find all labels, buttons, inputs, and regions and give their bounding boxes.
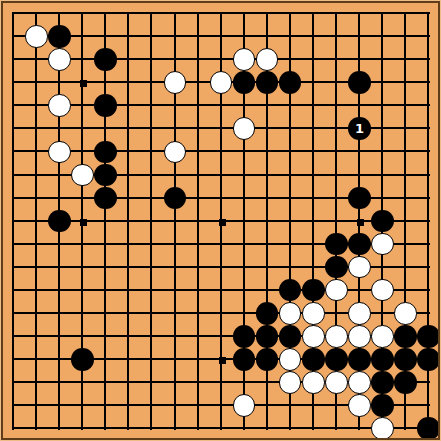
intersection — [233, 325, 256, 348]
black-stone — [256, 302, 279, 325]
intersection — [279, 209, 302, 232]
intersection — [2, 25, 25, 48]
intersection — [233, 209, 256, 232]
intersection — [371, 186, 394, 209]
intersection — [279, 279, 302, 302]
intersection — [2, 209, 25, 232]
black-stone — [279, 325, 302, 348]
intersection — [140, 25, 163, 48]
black-stone — [94, 187, 117, 210]
black-stone — [302, 279, 325, 302]
intersection — [256, 394, 279, 417]
intersection — [256, 233, 279, 256]
intersection — [94, 371, 117, 394]
intersection — [325, 302, 348, 325]
intersection — [256, 71, 279, 94]
intersection — [209, 71, 232, 94]
black-stone — [48, 25, 71, 48]
intersection — [94, 279, 117, 302]
black-stone — [279, 279, 302, 302]
intersection — [371, 71, 394, 94]
intersection: 1 — [348, 117, 371, 140]
intersection — [394, 371, 417, 394]
white-stone — [210, 71, 233, 94]
intersection — [186, 48, 209, 71]
intersection — [209, 279, 232, 302]
intersection — [2, 371, 25, 394]
intersection — [394, 163, 417, 186]
intersection — [2, 302, 25, 325]
intersection — [209, 371, 232, 394]
black-stone — [256, 348, 279, 371]
intersection — [417, 279, 440, 302]
intersection — [2, 48, 25, 71]
intersection — [233, 256, 256, 279]
intersection — [417, 209, 440, 232]
intersection — [2, 140, 25, 163]
intersection — [163, 279, 186, 302]
intersection — [117, 209, 140, 232]
intersection — [140, 279, 163, 302]
intersection — [394, 186, 417, 209]
intersection — [394, 140, 417, 163]
intersection — [48, 371, 71, 394]
intersection — [117, 163, 140, 186]
black-stone — [71, 348, 94, 371]
intersection — [2, 233, 25, 256]
intersection — [417, 394, 440, 417]
intersection — [302, 186, 325, 209]
intersection — [117, 325, 140, 348]
intersection — [94, 417, 117, 440]
intersection — [94, 394, 117, 417]
intersection — [163, 25, 186, 48]
intersection — [417, 371, 440, 394]
intersection — [325, 94, 348, 117]
intersection — [371, 25, 394, 48]
intersection — [117, 25, 140, 48]
intersection — [71, 163, 94, 186]
intersection — [71, 302, 94, 325]
intersection — [140, 209, 163, 232]
black-stone — [371, 210, 394, 233]
intersection — [233, 25, 256, 48]
white-stone — [348, 394, 371, 417]
white-stone — [371, 325, 394, 348]
intersection — [163, 117, 186, 140]
intersection — [71, 117, 94, 140]
intersection — [186, 71, 209, 94]
intersection — [163, 140, 186, 163]
black-stone — [417, 348, 440, 371]
white-stone — [71, 164, 94, 187]
intersection — [48, 417, 71, 440]
intersection — [233, 117, 256, 140]
intersection — [279, 233, 302, 256]
intersection — [325, 348, 348, 371]
intersection — [48, 302, 71, 325]
intersection — [25, 348, 48, 371]
intersection — [140, 348, 163, 371]
intersection — [348, 48, 371, 71]
intersection — [348, 163, 371, 186]
intersection — [2, 2, 25, 25]
intersection — [94, 140, 117, 163]
intersection — [325, 71, 348, 94]
intersection — [25, 2, 48, 25]
intersection — [233, 348, 256, 371]
intersection — [302, 348, 325, 371]
intersection — [186, 417, 209, 440]
intersection — [25, 94, 48, 117]
intersection — [325, 371, 348, 394]
intersection — [417, 348, 440, 371]
intersection — [186, 117, 209, 140]
black-stone — [371, 371, 394, 394]
intersection — [48, 186, 71, 209]
intersection — [256, 256, 279, 279]
intersection — [71, 394, 94, 417]
intersection — [94, 117, 117, 140]
intersection — [117, 371, 140, 394]
intersection — [48, 163, 71, 186]
intersection — [71, 348, 94, 371]
intersection — [186, 348, 209, 371]
intersection — [348, 186, 371, 209]
intersection — [233, 186, 256, 209]
intersection — [279, 2, 302, 25]
intersection — [94, 2, 117, 25]
intersection — [325, 186, 348, 209]
intersection — [186, 302, 209, 325]
intersection — [302, 371, 325, 394]
intersection — [25, 117, 48, 140]
intersection — [394, 394, 417, 417]
intersection — [2, 71, 25, 94]
intersection — [371, 163, 394, 186]
intersection — [371, 209, 394, 232]
intersection — [140, 417, 163, 440]
intersection — [163, 209, 186, 232]
intersection — [279, 348, 302, 371]
intersection — [233, 94, 256, 117]
intersection — [302, 209, 325, 232]
intersection — [256, 48, 279, 71]
white-stone — [233, 117, 256, 140]
intersection — [94, 48, 117, 71]
intersection — [233, 371, 256, 394]
intersection — [2, 325, 25, 348]
intersection — [394, 48, 417, 71]
intersection — [186, 163, 209, 186]
intersection — [325, 417, 348, 440]
intersection — [117, 279, 140, 302]
intersection — [325, 209, 348, 232]
intersection — [256, 186, 279, 209]
intersection — [279, 163, 302, 186]
intersection — [25, 71, 48, 94]
intersection — [48, 117, 71, 140]
black-stone — [325, 348, 348, 371]
white-stone — [279, 371, 302, 394]
intersection — [348, 71, 371, 94]
white-stone — [233, 48, 256, 71]
intersection — [94, 256, 117, 279]
black-stone — [279, 71, 302, 94]
intersection — [417, 256, 440, 279]
intersection — [48, 209, 71, 232]
white-stone — [164, 71, 187, 94]
white-stone — [371, 279, 394, 302]
intersection — [71, 48, 94, 71]
intersection — [117, 71, 140, 94]
white-stone — [48, 94, 71, 117]
intersection — [140, 302, 163, 325]
intersection — [279, 71, 302, 94]
intersection — [48, 325, 71, 348]
intersection — [302, 117, 325, 140]
intersection — [71, 140, 94, 163]
intersection — [348, 233, 371, 256]
intersection — [140, 371, 163, 394]
intersection — [140, 186, 163, 209]
black-stone — [94, 94, 117, 117]
intersection — [117, 233, 140, 256]
intersection — [117, 256, 140, 279]
intersection — [71, 2, 94, 25]
intersection — [371, 279, 394, 302]
black-stone — [394, 371, 417, 394]
intersection — [417, 48, 440, 71]
white-stone — [48, 141, 71, 164]
intersection — [348, 256, 371, 279]
black-stone — [417, 325, 440, 348]
intersection — [117, 302, 140, 325]
intersection — [117, 48, 140, 71]
intersection — [163, 233, 186, 256]
intersection — [348, 348, 371, 371]
intersection — [163, 186, 186, 209]
intersection — [279, 394, 302, 417]
intersection — [71, 94, 94, 117]
intersection — [256, 25, 279, 48]
intersection — [71, 25, 94, 48]
intersection — [325, 25, 348, 48]
intersection — [417, 117, 440, 140]
intersection — [302, 71, 325, 94]
intersection — [394, 25, 417, 48]
intersection — [417, 302, 440, 325]
intersection — [71, 209, 94, 232]
intersection — [417, 417, 440, 440]
intersection — [371, 117, 394, 140]
intersection — [163, 94, 186, 117]
intersection — [186, 25, 209, 48]
intersection — [279, 256, 302, 279]
intersection — [394, 209, 417, 232]
white-stone — [25, 25, 48, 48]
intersection — [394, 117, 417, 140]
intersection — [2, 256, 25, 279]
intersection — [256, 371, 279, 394]
intersection — [348, 325, 371, 348]
intersection — [371, 256, 394, 279]
move-number-label: 1 — [355, 122, 364, 135]
intersection — [48, 2, 71, 25]
intersection — [325, 279, 348, 302]
white-stone — [279, 348, 302, 371]
intersection — [279, 48, 302, 71]
intersection — [371, 417, 394, 440]
intersection — [371, 140, 394, 163]
intersection — [279, 417, 302, 440]
intersection — [417, 140, 440, 163]
intersection — [163, 302, 186, 325]
intersection — [209, 140, 232, 163]
intersection — [163, 71, 186, 94]
white-stone — [325, 279, 348, 302]
intersection — [2, 117, 25, 140]
black-stone — [348, 348, 371, 371]
stones-layer: 1 — [2, 2, 441, 441]
intersection — [2, 163, 25, 186]
intersection — [348, 279, 371, 302]
intersection — [302, 325, 325, 348]
intersection — [2, 394, 25, 417]
intersection — [25, 163, 48, 186]
intersection — [302, 279, 325, 302]
intersection — [48, 140, 71, 163]
intersection — [186, 209, 209, 232]
intersection — [48, 394, 71, 417]
intersection — [48, 279, 71, 302]
intersection — [186, 371, 209, 394]
intersection — [209, 2, 232, 25]
intersection — [163, 325, 186, 348]
intersection — [163, 371, 186, 394]
intersection — [371, 348, 394, 371]
intersection — [394, 2, 417, 25]
intersection — [140, 2, 163, 25]
intersection — [209, 302, 232, 325]
intersection — [25, 325, 48, 348]
intersection — [163, 48, 186, 71]
intersection — [117, 94, 140, 117]
intersection — [94, 325, 117, 348]
intersection — [233, 279, 256, 302]
intersection — [256, 163, 279, 186]
intersection — [325, 233, 348, 256]
intersection — [256, 302, 279, 325]
intersection — [209, 233, 232, 256]
intersection — [48, 48, 71, 71]
white-stone — [48, 48, 71, 71]
white-stone — [325, 325, 348, 348]
intersection — [325, 394, 348, 417]
intersection — [325, 48, 348, 71]
intersection — [325, 2, 348, 25]
intersection — [140, 94, 163, 117]
intersection — [371, 48, 394, 71]
intersection — [394, 348, 417, 371]
intersection — [348, 209, 371, 232]
white-stone — [371, 417, 394, 440]
intersection — [256, 279, 279, 302]
intersection — [117, 140, 140, 163]
intersection — [209, 256, 232, 279]
black-stone — [256, 325, 279, 348]
intersection — [394, 279, 417, 302]
intersection — [348, 371, 371, 394]
intersection — [233, 233, 256, 256]
intersection — [417, 94, 440, 117]
intersection — [348, 394, 371, 417]
intersection — [417, 186, 440, 209]
black-stone — [325, 256, 348, 279]
intersection — [117, 417, 140, 440]
intersection — [186, 256, 209, 279]
intersection — [302, 256, 325, 279]
intersection — [371, 394, 394, 417]
intersection — [140, 256, 163, 279]
intersection — [209, 48, 232, 71]
intersection — [279, 25, 302, 48]
intersection — [371, 325, 394, 348]
intersection — [94, 302, 117, 325]
intersection — [25, 25, 48, 48]
intersection — [2, 348, 25, 371]
intersection — [233, 302, 256, 325]
white-stone — [325, 371, 348, 394]
intersection — [325, 325, 348, 348]
intersection — [94, 348, 117, 371]
intersection — [163, 417, 186, 440]
intersection — [417, 25, 440, 48]
black-stone — [394, 325, 417, 348]
intersection — [233, 71, 256, 94]
intersection — [348, 94, 371, 117]
intersection — [140, 233, 163, 256]
intersection — [25, 417, 48, 440]
intersection — [2, 279, 25, 302]
white-stone — [394, 302, 417, 325]
intersection — [140, 117, 163, 140]
white-stone — [302, 371, 325, 394]
intersection — [348, 417, 371, 440]
black-stone — [233, 348, 256, 371]
intersection — [163, 256, 186, 279]
intersection — [394, 94, 417, 117]
intersection — [256, 140, 279, 163]
intersection — [256, 209, 279, 232]
marked-black-stone-1: 1 — [348, 117, 371, 140]
black-stone — [233, 325, 256, 348]
white-stone — [371, 233, 394, 256]
intersection — [140, 48, 163, 71]
intersection — [279, 186, 302, 209]
intersection — [302, 233, 325, 256]
black-stone — [94, 48, 117, 71]
intersection — [325, 256, 348, 279]
intersection — [417, 2, 440, 25]
intersection — [394, 256, 417, 279]
intersection — [302, 394, 325, 417]
intersection — [25, 279, 48, 302]
intersection — [71, 325, 94, 348]
intersection — [140, 325, 163, 348]
white-stone — [302, 325, 325, 348]
intersection — [163, 394, 186, 417]
